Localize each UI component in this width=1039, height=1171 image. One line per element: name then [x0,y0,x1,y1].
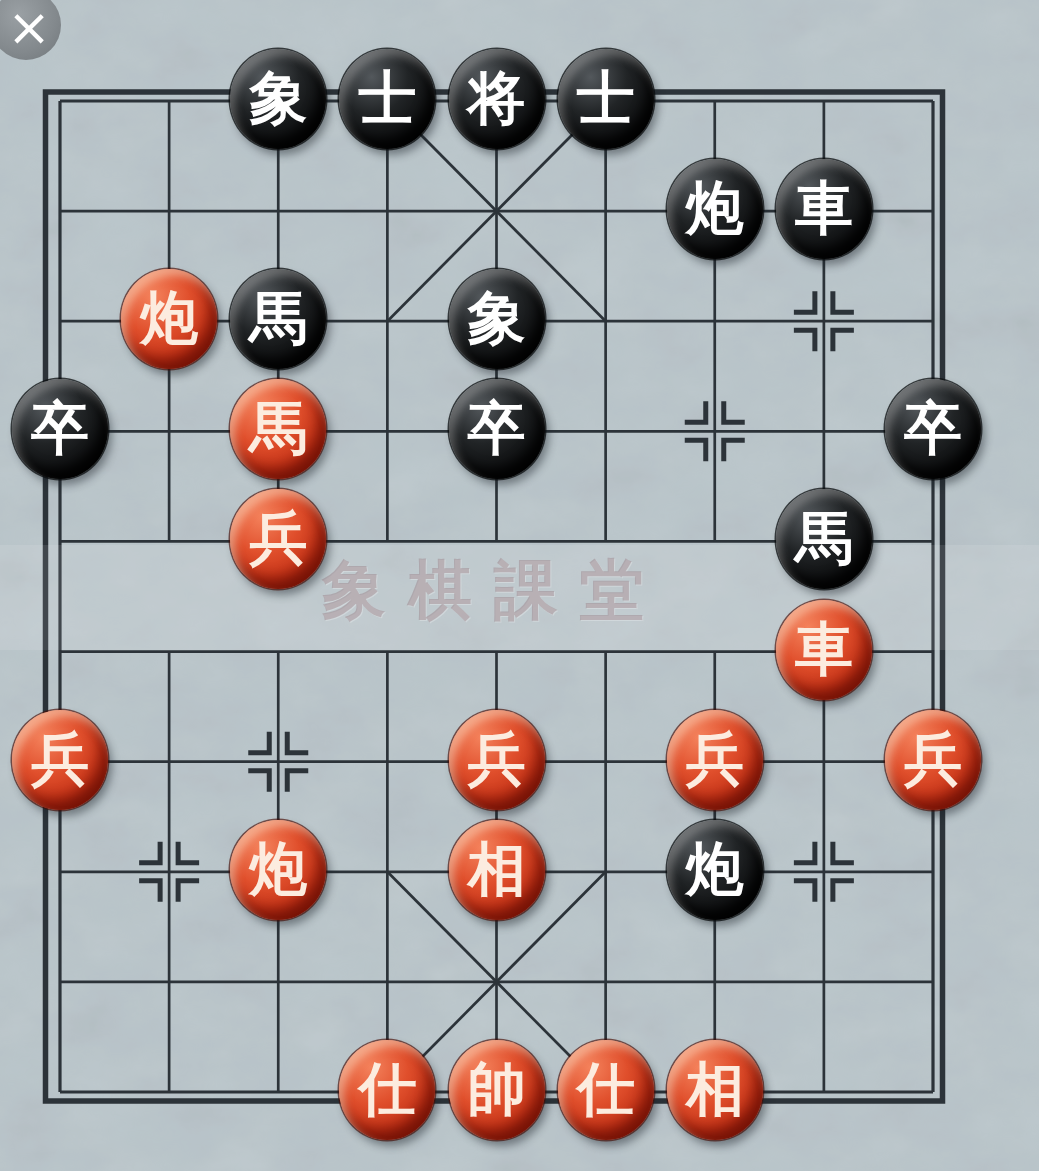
position-marker [248,771,269,792]
position-marker [685,440,706,461]
position-marker [833,881,854,902]
piece-black-pawn[interactable]: 卒 [885,379,981,479]
piece-black-chariot[interactable]: 車 [776,159,872,259]
piece-red-elephant[interactable]: 相 [667,1040,763,1140]
piece-label: 車 [795,620,853,678]
position-marker [794,291,815,312]
piece-red-pawn[interactable]: 兵 [230,489,326,589]
piece-label: 車 [795,179,853,237]
position-marker [794,881,815,902]
position-marker [833,842,854,863]
position-marker [794,330,815,351]
piece-black-advisor[interactable]: 士 [339,49,435,149]
piece-black-horse[interactable]: 馬 [230,269,326,369]
position-marker [139,842,160,863]
piece-red-advisor[interactable]: 仕 [558,1040,654,1140]
piece-red-pawn[interactable]: 兵 [12,710,108,810]
close-icon: × [7,1,51,53]
piece-label: 馬 [795,509,853,567]
piece-label: 仕 [577,1060,635,1118]
piece-label: 士 [577,69,635,127]
position-marker [833,330,854,351]
piece-label: 卒 [31,399,89,457]
piece-label: 兵 [249,509,307,567]
piece-label: 相 [686,1060,744,1118]
piece-label: 卒 [468,399,526,457]
piece-label: 卒 [904,399,962,457]
piece-label: 相 [468,840,526,898]
piece-label: 炮 [140,289,198,347]
piece-black-horse[interactable]: 馬 [776,489,872,589]
position-marker [724,440,745,461]
piece-label: 炮 [686,840,744,898]
position-marker [794,842,815,863]
piece-red-general[interactable]: 帥 [449,1040,545,1140]
piece-label: 馬 [249,289,307,347]
piece-label: 兵 [686,730,744,788]
position-marker [724,401,745,422]
piece-label: 兵 [31,730,89,788]
position-marker [287,771,308,792]
piece-black-pawn[interactable]: 卒 [12,379,108,479]
piece-label: 兵 [468,730,526,788]
piece-red-cannon[interactable]: 炮 [230,820,326,920]
piece-black-elephant[interactable]: 象 [449,269,545,369]
piece-black-advisor[interactable]: 士 [558,49,654,149]
piece-label: 将 [468,69,526,127]
piece-black-elephant[interactable]: 象 [230,49,326,149]
piece-black-cannon[interactable]: 炮 [667,159,763,259]
piece-red-horse[interactable]: 馬 [230,379,326,479]
piece-label: 兵 [904,730,962,788]
piece-label: 馬 [249,399,307,457]
piece-label: 帥 [468,1060,526,1118]
piece-black-cannon[interactable]: 炮 [667,820,763,920]
piece-label: 士 [358,69,416,127]
piece-red-advisor[interactable]: 仕 [339,1040,435,1140]
position-marker [248,732,269,753]
position-marker [178,842,199,863]
position-marker [685,401,706,422]
piece-black-pawn[interactable]: 卒 [449,379,545,479]
position-marker [139,881,160,902]
piece-red-pawn[interactable]: 兵 [885,710,981,810]
piece-label: 象 [468,289,526,347]
xiangqi-screenshot: 象棋課堂 象士将士炮車炮馬象卒馬卒卒兵馬車兵兵兵兵炮相炮仕帥仕相 × [0,0,1039,1171]
piece-red-chariot[interactable]: 車 [776,600,872,700]
piece-red-cannon[interactable]: 炮 [121,269,217,369]
piece-black-general[interactable]: 将 [449,49,545,149]
position-marker [178,881,199,902]
piece-label: 炮 [249,840,307,898]
position-marker [833,291,854,312]
watermark: 象棋課堂 [322,548,666,632]
piece-red-pawn[interactable]: 兵 [667,710,763,810]
piece-label: 仕 [358,1060,416,1118]
piece-red-pawn[interactable]: 兵 [449,710,545,810]
piece-red-elephant[interactable]: 相 [449,820,545,920]
position-marker [287,732,308,753]
piece-label: 炮 [686,179,744,237]
piece-label: 象 [249,69,307,127]
